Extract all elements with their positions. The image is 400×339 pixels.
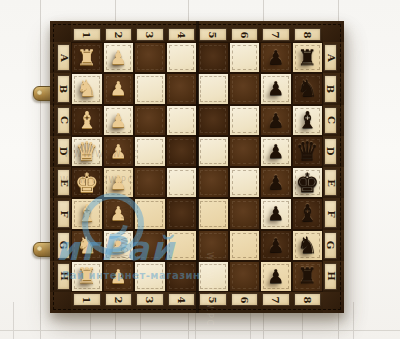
label-plaque: H <box>57 263 70 290</box>
piece-black-knight: ♞ <box>297 234 318 257</box>
square-h4 <box>166 261 198 292</box>
file-label-left-d: D <box>50 136 71 167</box>
label-plaque: 4 <box>168 293 196 306</box>
coordinate-label: 3 <box>145 296 155 303</box>
piece-black-pawn: ♟ <box>267 48 284 67</box>
piece-white-pawn: ♟ <box>110 173 127 192</box>
square-c8: ♝ <box>292 105 324 136</box>
label-plaque: E <box>57 169 70 196</box>
piece-white-knight: ♞ <box>76 234 97 257</box>
file-label-left-e: E <box>50 167 71 198</box>
rank-label-top-1: 1 <box>71 21 103 42</box>
square-d3 <box>134 136 166 167</box>
label-plaque: 7 <box>262 293 290 306</box>
square-e1: ♚ <box>71 167 103 198</box>
rank-label-top-8: 8 <box>292 21 324 42</box>
square-h5 <box>197 261 229 292</box>
piece-black-pawn: ♟ <box>267 79 284 98</box>
coordinate-label: 2 <box>113 296 123 303</box>
wall-horizontal-seam <box>0 330 400 331</box>
board-corner <box>323 21 344 42</box>
square-g6 <box>229 230 261 261</box>
square-c7: ♟ <box>260 105 292 136</box>
coordinate-label: C <box>59 116 69 124</box>
square-d8: ♛ <box>292 136 324 167</box>
coordinate-label: 4 <box>176 31 186 38</box>
piece-black-pawn: ♟ <box>267 236 284 255</box>
wall-plank-seam <box>13 302 14 339</box>
square-c3 <box>134 105 166 136</box>
coordinate-label: D <box>325 147 335 156</box>
label-plaque: 4 <box>168 28 196 41</box>
piece-white-pawn: ♟ <box>110 204 127 223</box>
file-label-right-a: A <box>323 42 344 73</box>
square-a2: ♟ <box>103 42 135 73</box>
coordinate-label: 8 <box>302 296 312 303</box>
square-e4 <box>166 167 198 198</box>
file-label-left-f: F <box>50 198 71 229</box>
rank-label-bottom-7: 7 <box>260 292 292 313</box>
piece-black-bishop: ♝ <box>297 109 318 132</box>
square-a3 <box>134 42 166 73</box>
square-a6 <box>229 42 261 73</box>
square-e5 <box>197 167 229 198</box>
square-b3 <box>134 73 166 104</box>
piece-black-rook: ♜ <box>297 47 317 69</box>
file-label-right-b: B <box>323 73 344 104</box>
square-c1: ♝ <box>71 105 103 136</box>
rank-label-top-7: 7 <box>260 21 292 42</box>
label-plaque: A <box>324 44 337 71</box>
file-label-right-d: D <box>323 136 344 167</box>
square-h8: ♜ <box>292 261 324 292</box>
square-f8: ♝ <box>292 198 324 229</box>
coordinate-label: 6 <box>239 31 249 38</box>
label-plaque: 2 <box>105 28 133 41</box>
square-h1: ♜ <box>71 261 103 292</box>
square-f3 <box>134 198 166 229</box>
coordinate-label: 5 <box>208 31 218 38</box>
wall-plank-seam <box>353 302 354 339</box>
piece-white-rook: ♜ <box>77 47 97 69</box>
square-h3 <box>134 261 166 292</box>
label-plaque: 5 <box>199 28 227 41</box>
label-plaque: F <box>324 200 337 227</box>
square-c4 <box>166 105 198 136</box>
piece-white-pawn: ♟ <box>110 142 127 161</box>
square-f7: ♟ <box>260 198 292 229</box>
square-a1: ♜ <box>71 42 103 73</box>
piece-white-pawn: ♟ <box>110 79 127 98</box>
piece-white-bishop: ♝ <box>76 202 97 225</box>
label-plaque: G <box>324 232 337 259</box>
rank-label-bottom-4: 4 <box>166 292 198 313</box>
square-b2: ♟ <box>103 73 135 104</box>
square-b6 <box>229 73 261 104</box>
label-plaque: 2 <box>105 293 133 306</box>
piece-black-pawn: ♟ <box>267 267 284 286</box>
label-plaque: G <box>57 232 70 259</box>
square-e2: ♟ <box>103 167 135 198</box>
piece-black-pawn: ♟ <box>267 111 284 130</box>
square-d1: ♛ <box>71 136 103 167</box>
piece-white-pawn: ♟ <box>110 267 127 286</box>
file-label-right-c: C <box>323 105 344 136</box>
coordinate-label: 5 <box>208 296 218 303</box>
piece-white-knight: ♞ <box>76 77 97 100</box>
file-label-right-e: E <box>323 167 344 198</box>
coordinate-label: A <box>325 54 335 62</box>
coordinate-label: 1 <box>82 296 92 303</box>
piece-black-bishop: ♝ <box>297 202 318 225</box>
piece-black-pawn: ♟ <box>267 173 284 192</box>
label-plaque: A <box>57 44 70 71</box>
piece-white-queen: ♛ <box>75 138 98 164</box>
coordinate-label: 2 <box>113 31 123 38</box>
coordinate-label: 1 <box>82 31 92 38</box>
square-a4 <box>166 42 198 73</box>
coordinate-label: 7 <box>271 31 281 38</box>
coordinate-label: H <box>325 272 335 281</box>
square-d7: ♟ <box>260 136 292 167</box>
coordinate-label: 3 <box>145 31 155 38</box>
piece-white-rook: ♜ <box>77 265 97 287</box>
square-g8: ♞ <box>292 230 324 261</box>
label-plaque: 3 <box>136 293 164 306</box>
piece-white-king: ♚ <box>75 169 99 196</box>
coordinate-label: 4 <box>176 296 186 303</box>
coordinate-label: B <box>58 85 68 93</box>
rank-label-bottom-1: 1 <box>71 292 103 313</box>
board-corner <box>323 292 344 313</box>
piece-white-pawn: ♟ <box>110 111 127 130</box>
coordinate-label: B <box>325 85 335 93</box>
square-f1: ♝ <box>71 198 103 229</box>
label-plaque: 7 <box>262 28 290 41</box>
piece-black-queen: ♛ <box>296 138 319 164</box>
board-corner <box>50 292 71 313</box>
square-b7: ♟ <box>260 73 292 104</box>
piece-black-rook: ♜ <box>297 265 317 287</box>
square-b8: ♞ <box>292 73 324 104</box>
rank-label-bottom-8: 8 <box>292 292 324 313</box>
coordinate-label: E <box>59 179 69 187</box>
label-plaque: 5 <box>199 293 227 306</box>
square-g5 <box>197 230 229 261</box>
square-a8: ♜ <box>292 42 324 73</box>
coordinate-label: 6 <box>239 296 249 303</box>
piece-black-king: ♚ <box>295 169 319 196</box>
square-g2: ♟ <box>103 230 135 261</box>
square-d2: ♟ <box>103 136 135 167</box>
piece-white-pawn: ♟ <box>110 236 127 255</box>
label-plaque: 8 <box>294 28 322 41</box>
square-d5 <box>197 136 229 167</box>
piece-black-pawn: ♟ <box>267 204 284 223</box>
square-g3 <box>134 230 166 261</box>
square-a5 <box>197 42 229 73</box>
square-g1: ♞ <box>71 230 103 261</box>
square-h7: ♟ <box>260 261 292 292</box>
coordinate-label: F <box>58 210 68 217</box>
coordinate-label: G <box>58 241 68 250</box>
file-label-left-a: A <box>50 42 71 73</box>
file-label-right-f: F <box>323 198 344 229</box>
coordinate-label: A <box>58 54 68 62</box>
label-plaque: B <box>324 75 337 102</box>
coordinate-label: 7 <box>271 296 281 303</box>
piece-white-pawn: ♟ <box>110 48 127 67</box>
file-label-right-h: H <box>323 261 344 292</box>
label-plaque: H <box>324 263 337 290</box>
label-plaque: 6 <box>231 28 259 41</box>
label-plaque: 8 <box>294 293 322 306</box>
rank-label-top-4: 4 <box>166 21 198 42</box>
square-f5 <box>197 198 229 229</box>
square-d6 <box>229 136 261 167</box>
label-plaque: 3 <box>136 28 164 41</box>
square-c2: ♟ <box>103 105 135 136</box>
wall-plank-seam <box>40 0 41 339</box>
square-f6 <box>229 198 261 229</box>
label-plaque: 6 <box>231 293 259 306</box>
coordinate-label: D <box>58 147 68 156</box>
square-f4 <box>166 198 198 229</box>
rank-label-top-2: 2 <box>103 21 135 42</box>
square-c6 <box>229 105 261 136</box>
rank-label-bottom-6: 6 <box>229 292 261 313</box>
piece-black-pawn: ♟ <box>267 142 284 161</box>
coordinate-label: G <box>325 241 335 250</box>
square-e3 <box>134 167 166 198</box>
label-plaque: C <box>324 107 337 134</box>
label-plaque: F <box>57 200 70 227</box>
rank-label-top-6: 6 <box>229 21 261 42</box>
label-plaque: 1 <box>73 28 101 41</box>
coordinate-label: C <box>326 116 336 124</box>
square-b4 <box>166 73 198 104</box>
coordinate-label: 8 <box>302 31 312 38</box>
board-corner <box>50 21 71 42</box>
square-g7: ♟ <box>260 230 292 261</box>
coordinate-label: F <box>325 210 335 217</box>
square-h2: ♟ <box>103 261 135 292</box>
square-b1: ♞ <box>71 73 103 104</box>
rank-label-bottom-5: 5 <box>197 292 229 313</box>
label-plaque: B <box>57 75 70 102</box>
rank-label-top-3: 3 <box>134 21 166 42</box>
label-plaque: E <box>324 169 337 196</box>
square-e8: ♚ <box>292 167 324 198</box>
rank-label-bottom-2: 2 <box>103 292 135 313</box>
label-plaque: C <box>57 107 70 134</box>
file-label-left-h: H <box>50 261 71 292</box>
square-c5 <box>197 105 229 136</box>
label-plaque: D <box>57 138 70 165</box>
piece-white-bishop: ♝ <box>76 109 97 132</box>
piece-black-knight: ♞ <box>297 77 318 100</box>
label-plaque: D <box>324 138 337 165</box>
chess-board: 12345678A♜♟♟♜AB♞♟♟♞BC♝♟♟♝CD♛♟♟♛DE♚♟♟♚EF♝… <box>50 21 344 313</box>
rank-label-bottom-3: 3 <box>134 292 166 313</box>
square-d4 <box>166 136 198 167</box>
square-e6 <box>229 167 261 198</box>
square-g4 <box>166 230 198 261</box>
square-b5 <box>197 73 229 104</box>
coordinate-label: H <box>58 272 68 281</box>
file-label-left-g: G <box>50 230 71 261</box>
file-label-right-g: G <box>323 230 344 261</box>
square-f2: ♟ <box>103 198 135 229</box>
square-a7: ♟ <box>260 42 292 73</box>
square-e7: ♟ <box>260 167 292 198</box>
rank-label-top-5: 5 <box>197 21 229 42</box>
square-h6 <box>229 261 261 292</box>
file-label-left-c: C <box>50 105 71 136</box>
label-plaque: 1 <box>73 293 101 306</box>
file-label-left-b: B <box>50 73 71 104</box>
coordinate-label: E <box>326 179 336 187</box>
